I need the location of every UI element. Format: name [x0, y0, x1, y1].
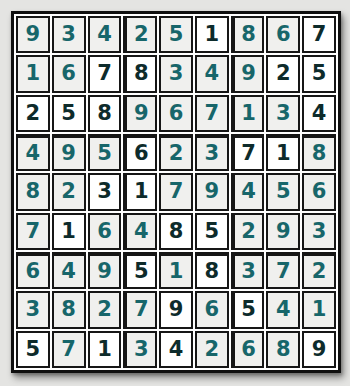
cell-r3c5[interactable]: 6	[159, 95, 193, 132]
cell-r5c8[interactable]: 5	[266, 173, 300, 210]
cell-r2c5[interactable]: 3	[159, 55, 193, 92]
cell-r5c9[interactable]: 6	[302, 173, 336, 210]
cell-r4c6[interactable]: 3	[195, 134, 229, 171]
cell-r9c5[interactable]: 4	[159, 331, 193, 368]
cell-r6c5[interactable]: 8	[159, 213, 193, 250]
cell-r3c3[interactable]: 8	[88, 95, 122, 132]
cell-r8c8[interactable]: 4	[266, 291, 300, 328]
cell-r2c9[interactable]: 5	[302, 55, 336, 92]
cell-r2c1[interactable]: 1	[16, 55, 50, 92]
cell-r9c9[interactable]: 9	[302, 331, 336, 368]
cell-r7c8[interactable]: 7	[266, 252, 300, 289]
cell-r8c1[interactable]: 3	[16, 291, 50, 328]
cell-r4c1[interactable]: 4	[16, 134, 50, 171]
cell-r7c4[interactable]: 5	[123, 252, 157, 289]
cell-r5c5[interactable]: 7	[159, 173, 193, 210]
cell-r6c7[interactable]: 2	[231, 213, 265, 250]
cell-r4c8[interactable]: 1	[266, 134, 300, 171]
cell-r2c4[interactable]: 8	[123, 55, 157, 92]
cell-r4c5[interactable]: 2	[159, 134, 193, 171]
cell-r6c3[interactable]: 6	[88, 213, 122, 250]
cell-r7c9[interactable]: 2	[302, 252, 336, 289]
cell-r1c1[interactable]: 9	[16, 16, 50, 53]
cell-r6c4[interactable]: 4	[123, 213, 157, 250]
sudoku-board: 9342518671678349252589671344956237188231…	[11, 11, 341, 373]
cell-r9c6[interactable]: 2	[195, 331, 229, 368]
cell-r9c7[interactable]: 6	[231, 331, 265, 368]
cell-r6c1[interactable]: 7	[16, 213, 50, 250]
cell-r4c9[interactable]: 8	[302, 134, 336, 171]
cell-r8c9[interactable]: 1	[302, 291, 336, 328]
cell-r5c1[interactable]: 8	[16, 173, 50, 210]
cell-r6c8[interactable]: 9	[266, 213, 300, 250]
cell-r3c8[interactable]: 3	[266, 95, 300, 132]
cell-r5c2[interactable]: 2	[52, 173, 86, 210]
cell-r5c3[interactable]: 3	[88, 173, 122, 210]
cell-r7c6[interactable]: 8	[195, 252, 229, 289]
cell-r4c2[interactable]: 9	[52, 134, 86, 171]
cell-r8c2[interactable]: 8	[52, 291, 86, 328]
cell-r3c1[interactable]: 2	[16, 95, 50, 132]
cell-r3c6[interactable]: 7	[195, 95, 229, 132]
cell-r7c1[interactable]: 6	[16, 252, 50, 289]
cell-r7c3[interactable]: 9	[88, 252, 122, 289]
cell-r5c6[interactable]: 9	[195, 173, 229, 210]
cell-r2c6[interactable]: 4	[195, 55, 229, 92]
cell-r3c2[interactable]: 5	[52, 95, 86, 132]
cell-r1c4[interactable]: 2	[123, 16, 157, 53]
cell-r1c9[interactable]: 7	[302, 16, 336, 53]
cell-r8c6[interactable]: 6	[195, 291, 229, 328]
cell-r9c8[interactable]: 8	[266, 331, 300, 368]
cell-r1c8[interactable]: 6	[266, 16, 300, 53]
cell-r3c4[interactable]: 9	[123, 95, 157, 132]
cell-r5c4[interactable]: 1	[123, 173, 157, 210]
cell-r4c3[interactable]: 5	[88, 134, 122, 171]
cell-r3c9[interactable]: 4	[302, 95, 336, 132]
cell-r2c3[interactable]: 7	[88, 55, 122, 92]
cell-r2c8[interactable]: 2	[266, 55, 300, 92]
cell-r8c5[interactable]: 9	[159, 291, 193, 328]
cell-r2c7[interactable]: 9	[231, 55, 265, 92]
cell-r4c4[interactable]: 6	[123, 134, 157, 171]
cell-r6c6[interactable]: 5	[195, 213, 229, 250]
cell-r2c2[interactable]: 6	[52, 55, 86, 92]
cell-r3c7[interactable]: 1	[231, 95, 265, 132]
cell-r1c3[interactable]: 4	[88, 16, 122, 53]
page: 9342518671678349252589671344956237188231…	[0, 0, 350, 386]
cell-r1c2[interactable]: 3	[52, 16, 86, 53]
cell-r1c7[interactable]: 8	[231, 16, 265, 53]
cell-r8c7[interactable]: 5	[231, 291, 265, 328]
cell-r7c2[interactable]: 4	[52, 252, 86, 289]
cell-r9c3[interactable]: 1	[88, 331, 122, 368]
cell-r6c2[interactable]: 1	[52, 213, 86, 250]
cell-r7c5[interactable]: 1	[159, 252, 193, 289]
cell-r9c1[interactable]: 5	[16, 331, 50, 368]
cell-r6c9[interactable]: 3	[302, 213, 336, 250]
cell-r9c4[interactable]: 3	[123, 331, 157, 368]
cell-r7c7[interactable]: 3	[231, 252, 265, 289]
cell-r4c7[interactable]: 7	[231, 134, 265, 171]
cell-r8c3[interactable]: 2	[88, 291, 122, 328]
cell-r1c6[interactable]: 1	[195, 16, 229, 53]
cell-r1c5[interactable]: 5	[159, 16, 193, 53]
cell-r9c2[interactable]: 7	[52, 331, 86, 368]
cell-r5c7[interactable]: 4	[231, 173, 265, 210]
cell-r8c4[interactable]: 7	[123, 291, 157, 328]
